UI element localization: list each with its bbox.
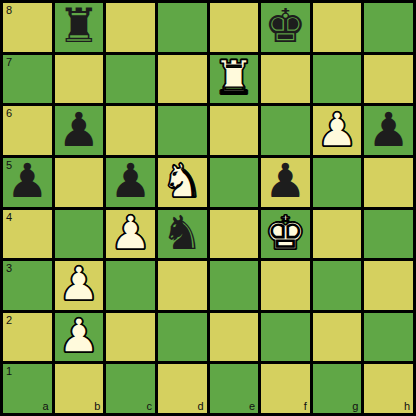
square-c3[interactable] — [106, 261, 155, 310]
piece-white-pawn-g6[interactable]: ♟ — [316, 107, 358, 153]
square-e7[interactable]: ♜ — [210, 55, 259, 104]
square-h1[interactable]: h — [364, 364, 413, 413]
square-c4[interactable]: ♟ — [106, 210, 155, 259]
piece-black-rook-b8[interactable]: ♜ — [58, 3, 100, 49]
square-c5[interactable]: ♟ — [106, 158, 155, 207]
file-label-g: g — [352, 400, 358, 412]
file-label-d: d — [197, 400, 203, 412]
square-f5[interactable]: ♟ — [261, 158, 310, 207]
rank-label-4: 4 — [6, 211, 12, 223]
piece-black-pawn-a5[interactable]: ♟ — [6, 158, 48, 204]
square-b3[interactable]: ♟ — [55, 261, 104, 310]
square-d6[interactable] — [158, 106, 207, 155]
square-f6[interactable] — [261, 106, 310, 155]
square-f4[interactable]: ♚ — [261, 210, 310, 259]
square-f3[interactable] — [261, 261, 310, 310]
square-c2[interactable] — [106, 313, 155, 362]
square-c7[interactable] — [106, 55, 155, 104]
square-a1[interactable]: 1a — [3, 364, 52, 413]
square-g4[interactable] — [313, 210, 362, 259]
square-h2[interactable] — [364, 313, 413, 362]
file-label-a: a — [43, 400, 49, 412]
square-f1[interactable]: f — [261, 364, 310, 413]
piece-black-king-f8[interactable]: ♚ — [264, 3, 306, 49]
square-d3[interactable] — [158, 261, 207, 310]
square-b2[interactable]: ♟ — [55, 313, 104, 362]
rank-label-8: 8 — [6, 4, 12, 16]
square-f7[interactable] — [261, 55, 310, 104]
piece-white-rook-e7[interactable]: ♜ — [213, 55, 255, 101]
file-label-h: h — [404, 400, 410, 412]
square-d8[interactable] — [158, 3, 207, 52]
piece-black-pawn-b6[interactable]: ♟ — [58, 107, 100, 153]
file-label-f: f — [304, 400, 307, 412]
square-f2[interactable] — [261, 313, 310, 362]
square-a3[interactable]: 3 — [3, 261, 52, 310]
square-c8[interactable] — [106, 3, 155, 52]
square-e6[interactable] — [210, 106, 259, 155]
chess-board-window: 8♜♚7♜6♟♟♟5♟♟♞♟4♟♞♚3♟2♟1abcdefgh — [0, 0, 416, 416]
square-c6[interactable] — [106, 106, 155, 155]
piece-black-knight-d4[interactable]: ♞ — [161, 210, 203, 256]
square-a7[interactable]: 7 — [3, 55, 52, 104]
square-d1[interactable]: d — [158, 364, 207, 413]
square-g6[interactable]: ♟ — [313, 106, 362, 155]
square-c1[interactable]: c — [106, 364, 155, 413]
piece-black-pawn-c5[interactable]: ♟ — [109, 158, 151, 204]
square-d4[interactable]: ♞ — [158, 210, 207, 259]
piece-white-pawn-b2[interactable]: ♟ — [58, 313, 100, 359]
square-b4[interactable] — [55, 210, 104, 259]
square-d2[interactable] — [158, 313, 207, 362]
square-e5[interactable] — [210, 158, 259, 207]
piece-white-king-f4[interactable]: ♚ — [264, 210, 306, 256]
piece-black-pawn-h6[interactable]: ♟ — [368, 107, 410, 153]
square-b5[interactable] — [55, 158, 104, 207]
square-a4[interactable]: 4 — [3, 210, 52, 259]
square-g5[interactable] — [313, 158, 362, 207]
square-g1[interactable]: g — [313, 364, 362, 413]
square-h4[interactable] — [364, 210, 413, 259]
square-g2[interactable] — [313, 313, 362, 362]
square-d7[interactable] — [158, 55, 207, 104]
square-b8[interactable]: ♜ — [55, 3, 104, 52]
square-h5[interactable] — [364, 158, 413, 207]
square-e1[interactable]: e — [210, 364, 259, 413]
rank-label-7: 7 — [6, 56, 12, 68]
square-h3[interactable] — [364, 261, 413, 310]
piece-white-pawn-b3[interactable]: ♟ — [58, 261, 100, 307]
square-d5[interactable]: ♞ — [158, 158, 207, 207]
square-e2[interactable] — [210, 313, 259, 362]
rank-label-6: 6 — [6, 107, 12, 119]
square-g3[interactable] — [313, 261, 362, 310]
rank-label-2: 2 — [6, 314, 12, 326]
square-a6[interactable]: 6 — [3, 106, 52, 155]
piece-white-knight-d5[interactable]: ♞ — [161, 158, 203, 204]
rank-label-3: 3 — [6, 262, 12, 274]
square-a8[interactable]: 8 — [3, 3, 52, 52]
rank-label-5: 5 — [6, 159, 12, 171]
square-b6[interactable]: ♟ — [55, 106, 104, 155]
square-h7[interactable] — [364, 55, 413, 104]
piece-white-pawn-c4[interactable]: ♟ — [109, 210, 151, 256]
file-label-c: c — [146, 400, 152, 412]
square-e8[interactable] — [210, 3, 259, 52]
square-h8[interactable] — [364, 3, 413, 52]
square-h6[interactable]: ♟ — [364, 106, 413, 155]
square-g8[interactable] — [313, 3, 362, 52]
file-label-e: e — [249, 400, 255, 412]
square-a5[interactable]: 5♟ — [3, 158, 52, 207]
rank-label-1: 1 — [6, 365, 12, 377]
piece-black-pawn-f5[interactable]: ♟ — [264, 158, 306, 204]
square-a2[interactable]: 2 — [3, 313, 52, 362]
square-f8[interactable]: ♚ — [261, 3, 310, 52]
chess-board: 8♜♚7♜6♟♟♟5♟♟♞♟4♟♞♚3♟2♟1abcdefgh — [0, 0, 416, 416]
square-b1[interactable]: b — [55, 364, 104, 413]
square-e4[interactable] — [210, 210, 259, 259]
square-b7[interactable] — [55, 55, 104, 104]
square-g7[interactable] — [313, 55, 362, 104]
file-label-b: b — [94, 400, 100, 412]
square-e3[interactable] — [210, 261, 259, 310]
